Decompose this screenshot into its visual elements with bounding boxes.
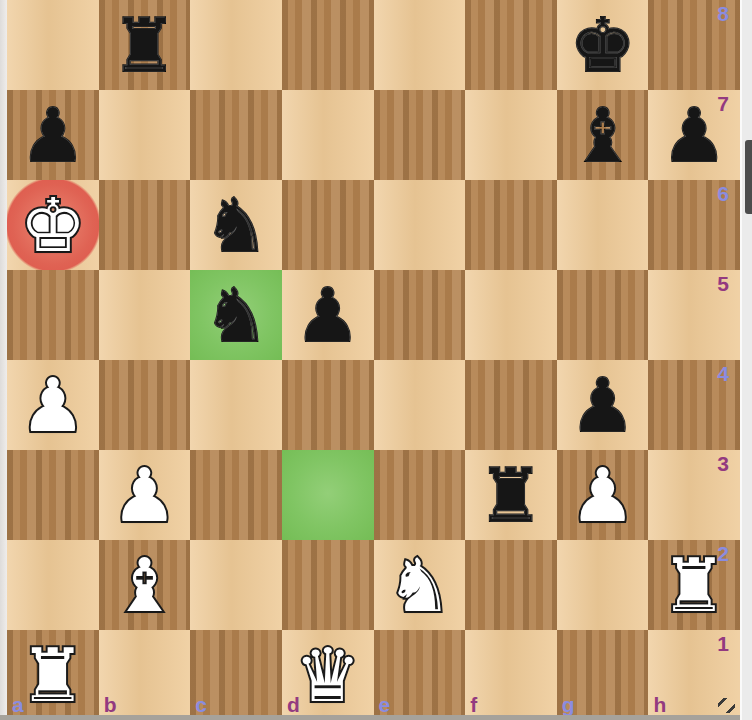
white-bishop[interactable]: ♝ [99,540,191,630]
white-pawn[interactable]: ♟ [7,360,99,450]
square-h5[interactable]: 5 [648,270,740,360]
square-f3[interactable]: ♜ [465,450,557,540]
file-label-f: f [470,693,477,717]
square-g4[interactable]: ♟ [557,360,649,450]
square-h7[interactable]: 7♟ [648,90,740,180]
square-c7[interactable] [190,90,282,180]
white-pawn[interactable]: ♟ [557,450,649,540]
square-b1[interactable]: b [99,630,191,720]
window-bottom-edge [0,715,740,720]
square-e6[interactable] [374,180,466,270]
square-a7[interactable]: ♟ [7,90,99,180]
square-f4[interactable] [465,360,557,450]
square-b8[interactable]: ♜ [99,0,191,90]
white-queen[interactable]: ♛ [282,630,374,720]
square-e8[interactable] [374,0,466,90]
square-c2[interactable] [190,540,282,630]
rank-label-1: 1 [717,632,729,656]
black-rook[interactable]: ♜ [99,0,191,90]
square-f2[interactable] [465,540,557,630]
rank-label-6: 6 [717,182,729,206]
square-b4[interactable] [99,360,191,450]
file-label-h: h [653,693,666,717]
square-d1[interactable]: d♛ [282,630,374,720]
square-c3[interactable] [190,450,282,540]
scrollbar-thumb[interactable] [745,140,752,214]
square-a5[interactable] [7,270,99,360]
page-background-strip [0,0,7,720]
square-e7[interactable] [374,90,466,180]
black-knight[interactable]: ♞ [190,180,282,270]
square-b7[interactable] [99,90,191,180]
square-a1[interactable]: a♜ [7,630,99,720]
white-rook[interactable]: ♜ [7,630,99,720]
black-pawn[interactable]: ♟ [557,360,649,450]
square-b2[interactable]: ♝ [99,540,191,630]
square-c5[interactable]: ♞ [190,270,282,360]
square-d2[interactable] [282,540,374,630]
square-a3[interactable] [7,450,99,540]
square-f6[interactable] [465,180,557,270]
square-h1[interactable]: 1h [648,630,740,720]
square-g1[interactable]: g [557,630,649,720]
file-label-b: b [104,693,117,717]
square-e5[interactable] [374,270,466,360]
square-f7[interactable] [465,90,557,180]
square-d8[interactable] [282,0,374,90]
square-b5[interactable] [99,270,191,360]
square-c4[interactable] [190,360,282,450]
board-resize-icon[interactable] [718,698,735,713]
square-g5[interactable] [557,270,649,360]
square-c1[interactable]: c [190,630,282,720]
square-a6[interactable]: ♚ [7,180,99,270]
black-knight[interactable]: ♞ [190,270,282,360]
file-label-c: c [195,693,207,717]
square-b6[interactable] [99,180,191,270]
square-c8[interactable] [190,0,282,90]
black-pawn[interactable]: ♟ [7,90,99,180]
square-e2[interactable]: ♞ [374,540,466,630]
black-rook[interactable]: ♜ [465,450,557,540]
square-f1[interactable]: f [465,630,557,720]
black-pawn[interactable]: ♟ [282,270,374,360]
square-a8[interactable] [7,0,99,90]
square-d6[interactable] [282,180,374,270]
file-label-g: g [562,693,575,717]
square-h3[interactable]: 3 [648,450,740,540]
square-d4[interactable] [282,360,374,450]
scrollbar-track[interactable] [740,0,752,720]
rank-label-5: 5 [717,272,729,296]
rank-label-3: 3 [717,452,729,476]
square-a4[interactable]: ♟ [7,360,99,450]
white-king[interactable]: ♚ [7,180,99,270]
black-king[interactable]: ♚ [557,0,649,90]
square-g2[interactable] [557,540,649,630]
square-h2[interactable]: 2♜ [648,540,740,630]
square-g8[interactable]: ♚ [557,0,649,90]
square-g6[interactable] [557,180,649,270]
square-g7[interactable]: ♝ [557,90,649,180]
last-move-highlight [282,450,374,540]
square-h4[interactable]: 4 [648,360,740,450]
square-e1[interactable]: e [374,630,466,720]
file-label-e: e [379,693,391,717]
square-f8[interactable] [465,0,557,90]
square-d3[interactable] [282,450,374,540]
square-h8[interactable]: 8 [648,0,740,90]
rank-label-4: 4 [717,362,729,386]
square-g3[interactable]: ♟ [557,450,649,540]
square-e3[interactable] [374,450,466,540]
square-d5[interactable]: ♟ [282,270,374,360]
white-knight[interactable]: ♞ [374,540,466,630]
square-h6[interactable]: 6 [648,180,740,270]
rank-label-8: 8 [717,2,729,26]
square-a2[interactable] [7,540,99,630]
chess-app-window: ♜♚8♟♝7♟♚♞6♞♟5♟♟4♟♜♟3♝♞2♜a♜bcd♛efg1h [0,0,752,720]
white-pawn[interactable]: ♟ [99,450,191,540]
square-b3[interactable]: ♟ [99,450,191,540]
white-rook[interactable]: ♜ [648,540,740,630]
square-f5[interactable] [465,270,557,360]
square-e4[interactable] [374,360,466,450]
black-pawn[interactable]: ♟ [648,90,740,180]
square-d7[interactable] [282,90,374,180]
black-bishop[interactable]: ♝ [557,90,649,180]
chess-board: ♜♚8♟♝7♟♚♞6♞♟5♟♟4♟♜♟3♝♞2♜a♜bcd♛efg1h [7,0,740,720]
square-c6[interactable]: ♞ [190,180,282,270]
